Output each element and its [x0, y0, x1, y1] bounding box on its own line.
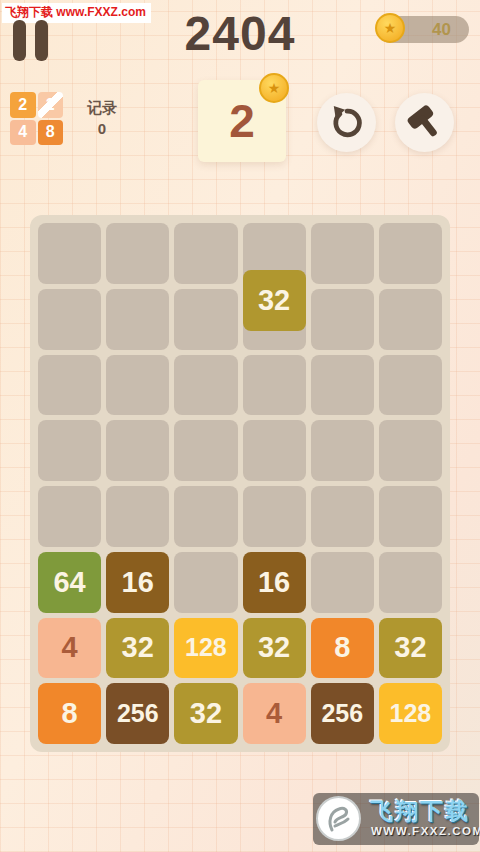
tile-64[interactable]: 64 — [38, 552, 101, 613]
empty-cell[interactable] — [174, 223, 237, 284]
tile-128[interactable]: 128 — [379, 683, 442, 744]
empty-cell[interactable] — [106, 486, 169, 547]
tile-32[interactable]: 32 — [106, 618, 169, 679]
empty-cell[interactable] — [243, 355, 306, 416]
tile-32[interactable]: 32 — [243, 618, 306, 679]
tile-4[interactable]: 4 — [38, 618, 101, 679]
coin-count: 40 — [432, 20, 451, 40]
star-icon: ★ — [268, 81, 281, 95]
tile-32[interactable]: 32 — [174, 683, 237, 744]
empty-cell[interactable] — [311, 552, 374, 613]
fxxz-logo-icon — [316, 796, 361, 841]
logo-tile: 4 — [10, 120, 36, 146]
empty-cell[interactable] — [174, 552, 237, 613]
empty-cell[interactable] — [38, 420, 101, 481]
tile-256[interactable]: 256 — [106, 683, 169, 744]
empty-cell[interactable] — [379, 355, 442, 416]
tile-16[interactable]: 16 — [106, 552, 169, 613]
empty-cell[interactable] — [174, 420, 237, 481]
download-badge[interactable]: 飞翔下载 WWW.FXXZ.COM — [313, 793, 479, 845]
coin-icon: ★ — [375, 13, 405, 43]
empty-cell[interactable] — [379, 289, 442, 350]
empty-cell[interactable] — [243, 486, 306, 547]
empty-cell[interactable] — [311, 420, 374, 481]
hammer-icon — [396, 94, 452, 150]
logo-tile: 8 — [38, 120, 64, 146]
empty-cell[interactable] — [379, 486, 442, 547]
game-logo: 2 2 4 8 — [10, 92, 63, 145]
board-grid: 32641616432128328328256324256128 — [30, 215, 450, 752]
coin-counter[interactable]: ★ 40 — [377, 16, 469, 43]
empty-cell[interactable] — [379, 552, 442, 613]
empty-cell[interactable] — [106, 289, 169, 350]
empty-cell[interactable] — [379, 420, 442, 481]
tile-32[interactable]: 32 — [379, 618, 442, 679]
falling-tile-32: 32 — [243, 270, 306, 331]
record-value: 0 — [80, 118, 124, 139]
empty-cell[interactable] — [174, 355, 237, 416]
badge-title: 飞翔下载 — [370, 796, 470, 827]
coin-icon: ★ — [259, 73, 289, 103]
empty-cell[interactable] — [311, 486, 374, 547]
undo-icon — [330, 106, 364, 140]
record-label: 记录 — [80, 97, 124, 118]
empty-cell[interactable] — [174, 486, 237, 547]
logo-tile: 2 — [10, 92, 36, 118]
star-icon: ★ — [384, 21, 397, 35]
empty-cell[interactable] — [311, 289, 374, 350]
empty-cell[interactable] — [311, 355, 374, 416]
tile-8[interactable]: 8 — [311, 618, 374, 679]
empty-cell[interactable] — [38, 355, 101, 416]
empty-cell[interactable] — [243, 420, 306, 481]
undo-button[interactable] — [317, 93, 376, 152]
empty-cell[interactable]: 32 — [243, 289, 306, 350]
empty-cell[interactable] — [38, 223, 101, 284]
empty-cell[interactable] — [38, 289, 101, 350]
empty-cell[interactable] — [311, 223, 374, 284]
tile-128[interactable]: 128 — [174, 618, 237, 679]
empty-cell[interactable] — [106, 420, 169, 481]
tile-16[interactable]: 16 — [243, 552, 306, 613]
empty-cell[interactable] — [379, 223, 442, 284]
empty-cell[interactable] — [106, 223, 169, 284]
tile-8[interactable]: 8 — [38, 683, 101, 744]
tile-256[interactable]: 256 — [311, 683, 374, 744]
tile-4[interactable]: 4 — [243, 683, 306, 744]
record-display: 记录 0 — [80, 97, 124, 139]
next-tile-card: 2 ★ — [198, 80, 286, 162]
empty-cell[interactable] — [106, 355, 169, 416]
empty-cell[interactable] — [38, 486, 101, 547]
hammer-button[interactable] — [395, 93, 454, 152]
empty-cell[interactable] — [174, 289, 237, 350]
badge-url: WWW.FXXZ.COM — [371, 825, 480, 837]
logo-tile: 2 — [38, 92, 64, 118]
